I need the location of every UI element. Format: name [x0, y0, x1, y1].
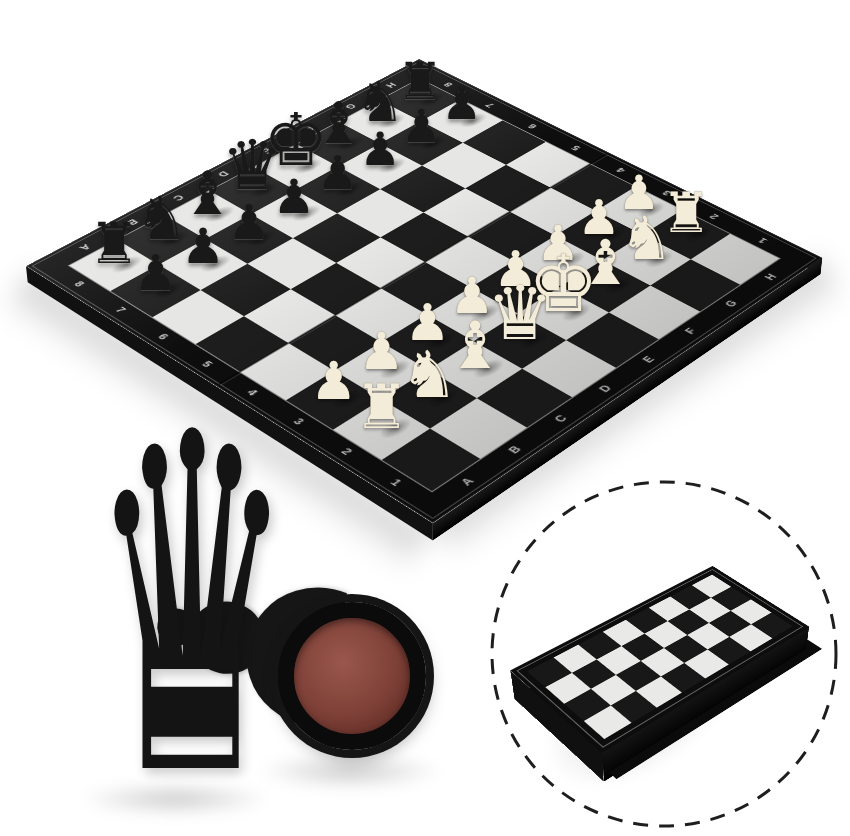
piece-shadow — [591, 270, 643, 301]
square-c3 — [381, 314, 474, 369]
square-c4 — [335, 288, 426, 342]
closeup-black-queen: ♛ — [89, 374, 261, 836]
folded-square — [684, 650, 728, 679]
piece-shadow — [366, 353, 421, 387]
product-photo: ABCDEFGH ABCDEFGH 87654321 87654321 ♜♞♝♛… — [0, 0, 850, 836]
square-b4 — [288, 315, 381, 370]
piece-shadow — [505, 324, 559, 357]
square-c1 — [477, 369, 572, 428]
square-f1 — [609, 286, 700, 340]
square-g1 — [650, 259, 740, 311]
folded-square — [591, 675, 636, 706]
piece-shadow — [412, 325, 466, 358]
piece-shadow — [460, 352, 515, 386]
folded-square — [545, 673, 590, 704]
piece-shadow — [501, 271, 553, 302]
square-d2 — [474, 313, 566, 368]
folded-square — [571, 659, 615, 689]
piece-shadow — [140, 274, 194, 305]
square-c2 — [428, 341, 522, 398]
piece-shadow — [458, 297, 511, 329]
folded-square — [660, 663, 705, 693]
square-e3 — [471, 261, 561, 313]
folded-square — [597, 646, 641, 675]
folded-square — [527, 658, 571, 687]
square-f2 — [561, 260, 651, 312]
piece-shadow — [549, 296, 602, 328]
square-e1 — [566, 312, 658, 367]
folded-square — [553, 645, 596, 673]
square-c5 — [291, 263, 381, 315]
square-b6 — [201, 264, 291, 316]
folded-square — [584, 706, 631, 739]
folded-square — [564, 689, 610, 721]
square-d1 — [522, 340, 616, 397]
square-d3 — [427, 287, 518, 341]
square-d4 — [381, 262, 471, 314]
folded-board-inset — [486, 476, 842, 832]
piece-closeup: ♟ ♛ — [0, 400, 480, 836]
folded-square — [616, 661, 661, 691]
square-e2 — [518, 286, 609, 340]
square-a7 — [110, 265, 200, 317]
magnet-felt-base — [278, 602, 426, 750]
square-b3 — [334, 342, 428, 399]
folded-square — [610, 691, 656, 723]
folded-square — [636, 677, 682, 708]
folded-square — [640, 648, 684, 677]
